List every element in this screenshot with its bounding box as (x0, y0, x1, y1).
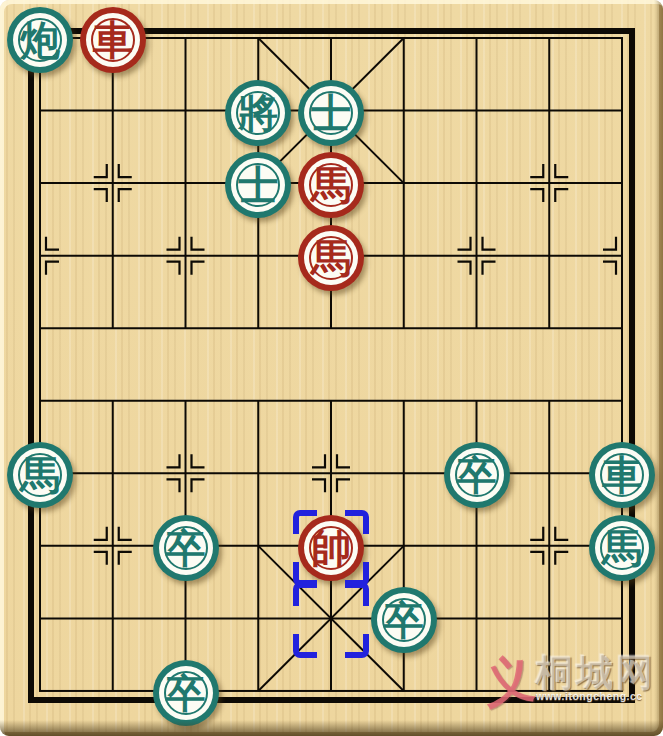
piece-character: 將 (225, 80, 291, 146)
piece-character: 卒 (444, 442, 510, 508)
piece-character: 炮 (7, 7, 73, 73)
piece-red-chariot[interactable]: 車 (80, 7, 146, 73)
piece-green-chariot[interactable]: 車 (589, 442, 655, 508)
piece-character: 卒 (371, 587, 437, 653)
piece-green-soldier[interactable]: 卒 (153, 660, 219, 726)
piece-character: 車 (589, 442, 655, 508)
piece-green-advisor[interactable]: 士 (225, 152, 291, 218)
piece-character: 馬 (298, 152, 364, 218)
piece-red-general[interactable]: 帥 (298, 515, 364, 581)
piece-red-horse[interactable]: 馬 (298, 152, 364, 218)
piece-character: 士 (225, 152, 291, 218)
piece-green-soldier[interactable]: 卒 (444, 442, 510, 508)
piece-character: 卒 (153, 515, 219, 581)
piece-character: 馬 (7, 442, 73, 508)
piece-character: 馬 (589, 515, 655, 581)
piece-green-horse[interactable]: 馬 (589, 515, 655, 581)
piece-green-cannon[interactable]: 炮 (7, 7, 73, 73)
piece-green-general[interactable]: 將 (225, 80, 291, 146)
piece-character: 帥 (298, 515, 364, 581)
piece-character: 士 (298, 80, 364, 146)
piece-green-soldier[interactable]: 卒 (153, 515, 219, 581)
piece-character: 馬 (298, 225, 364, 291)
piece-green-soldier[interactable]: 卒 (371, 587, 437, 653)
piece-green-advisor[interactable]: 士 (298, 80, 364, 146)
xiangqi-board[interactable]: 炮車將士士馬馬馬卒車卒帥馬卒卒 义 桐城网 www.itongcheng.cc (0, 0, 663, 736)
piece-green-horse[interactable]: 馬 (7, 442, 73, 508)
xiangqi-app-screen: 炮車將士士馬馬馬卒車卒帥馬卒卒 义 桐城网 www.itongcheng.cc (0, 0, 663, 736)
piece-character: 卒 (153, 660, 219, 726)
piece-character: 車 (80, 7, 146, 73)
piece-red-horse[interactable]: 馬 (298, 225, 364, 291)
